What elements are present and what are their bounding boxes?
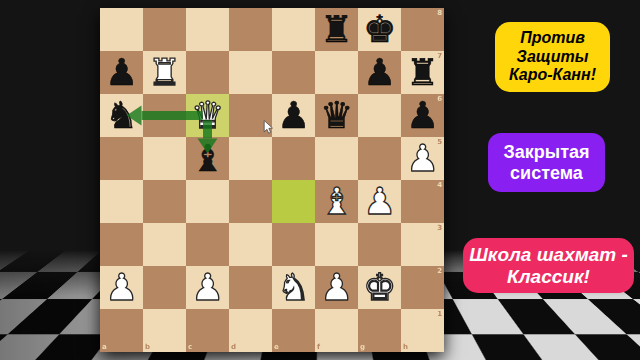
black-pawn[interactable]: ♟ — [272, 94, 315, 137]
square-d2[interactable] — [229, 266, 272, 309]
square-c3[interactable] — [186, 223, 229, 266]
square-h8[interactable]: 8 — [401, 8, 444, 51]
square-h3[interactable]: 3 — [401, 223, 444, 266]
square-f1[interactable]: f — [315, 309, 358, 352]
square-f3[interactable] — [315, 223, 358, 266]
rank-label-1: 1 — [437, 310, 442, 318]
square-h4[interactable]: 4 — [401, 180, 444, 223]
square-h5[interactable]: ♟5 — [401, 137, 444, 180]
file-label-f: f — [317, 343, 320, 351]
square-c1[interactable]: c — [186, 309, 229, 352]
square-d3[interactable] — [229, 223, 272, 266]
square-g1[interactable]: g — [358, 309, 401, 352]
rank-label-5: 5 — [437, 138, 442, 146]
rank-label-7: 7 — [437, 52, 442, 60]
square-a7[interactable]: ♟ — [100, 51, 143, 94]
file-label-e: e — [274, 343, 279, 351]
square-g4[interactable]: ♟ — [358, 180, 401, 223]
square-f5[interactable] — [315, 137, 358, 180]
caption-line: Классик! — [507, 266, 590, 288]
square-c7[interactable] — [186, 51, 229, 94]
square-e2[interactable]: ♞ — [272, 266, 315, 309]
white-queen[interactable]: ♛ — [186, 94, 229, 137]
square-e3[interactable] — [272, 223, 315, 266]
square-e1[interactable]: e — [272, 309, 315, 352]
white-pawn[interactable]: ♟ — [186, 266, 229, 309]
square-f2[interactable]: ♟ — [315, 266, 358, 309]
square-h2[interactable]: 2 — [401, 266, 444, 309]
square-b5[interactable] — [143, 137, 186, 180]
square-c5[interactable]: ♝ — [186, 137, 229, 180]
square-g3[interactable] — [358, 223, 401, 266]
square-e8[interactable] — [272, 8, 315, 51]
rank-label-4: 4 — [437, 181, 442, 189]
white-pawn[interactable]: ♟ — [315, 266, 358, 309]
square-b4[interactable] — [143, 180, 186, 223]
square-h7[interactable]: ♜7 — [401, 51, 444, 94]
square-a3[interactable] — [100, 223, 143, 266]
square-d7[interactable] — [229, 51, 272, 94]
square-h6[interactable]: ♟6 — [401, 94, 444, 137]
rank-label-2: 2 — [437, 267, 442, 275]
square-a8[interactable] — [100, 8, 143, 51]
black-pawn[interactable]: ♟ — [100, 51, 143, 94]
caption-closed-system: Закрытая система — [488, 133, 605, 192]
square-b2[interactable] — [143, 266, 186, 309]
square-f8[interactable]: ♜ — [315, 8, 358, 51]
square-f6[interactable]: ♛ — [315, 94, 358, 137]
file-label-a: a — [102, 343, 107, 351]
black-queen[interactable]: ♛ — [315, 94, 358, 137]
square-d1[interactable]: d — [229, 309, 272, 352]
square-g5[interactable] — [358, 137, 401, 180]
square-c2[interactable]: ♟ — [186, 266, 229, 309]
rank-label-6: 6 — [437, 95, 442, 103]
square-d5[interactable] — [229, 137, 272, 180]
square-a5[interactable] — [100, 137, 143, 180]
square-b3[interactable] — [143, 223, 186, 266]
square-a2[interactable]: ♟ — [100, 266, 143, 309]
black-king[interactable]: ♚ — [358, 8, 401, 51]
square-g8[interactable]: ♚ — [358, 8, 401, 51]
square-e5[interactable] — [272, 137, 315, 180]
white-king[interactable]: ♚ — [358, 266, 401, 309]
white-pawn[interactable]: ♟ — [100, 266, 143, 309]
white-bishop[interactable]: ♝ — [315, 180, 358, 223]
square-a1[interactable]: a — [100, 309, 143, 352]
square-c8[interactable] — [186, 8, 229, 51]
square-d4[interactable] — [229, 180, 272, 223]
file-label-c: c — [188, 343, 192, 351]
rank-label-3: 3 — [437, 224, 442, 232]
caption-caro-kann: Против Защиты Каро-Канн! — [495, 22, 610, 92]
black-rook[interactable]: ♜ — [315, 8, 358, 51]
square-a6[interactable]: ♞ — [100, 94, 143, 137]
caption-line: система — [510, 163, 583, 184]
caption-line: Школа шахмат - — [469, 244, 628, 266]
square-f4[interactable]: ♝ — [315, 180, 358, 223]
square-b1[interactable]: b — [143, 309, 186, 352]
caption-line: Защиты — [517, 48, 589, 67]
chess-board[interactable]: ♜♚8♟♜♟♜7♞♛♟♛♟6♝♟5♝♟43♟♟♞♟♚2abcdefg1h — [100, 8, 444, 352]
square-e7[interactable] — [272, 51, 315, 94]
video-thumbnail: ♜♚8♟♜♟♜7♞♛♟♛♟6♝♟5♝♟43♟♟♞♟♚2abcdefg1h Про… — [0, 0, 640, 360]
square-d8[interactable] — [229, 8, 272, 51]
rank-label-8: 8 — [437, 9, 442, 17]
square-g2[interactable]: ♚ — [358, 266, 401, 309]
black-pawn[interactable]: ♟ — [358, 51, 401, 94]
square-c6[interactable]: ♛ — [186, 94, 229, 137]
caption-line: Каро-Канн! — [509, 66, 596, 85]
caption-chess-school: Школа шахмат - Классик! — [463, 238, 634, 293]
white-pawn[interactable]: ♟ — [358, 180, 401, 223]
square-h1[interactable]: 1h — [401, 309, 444, 352]
black-knight[interactable]: ♞ — [100, 94, 143, 137]
square-b8[interactable] — [143, 8, 186, 51]
square-e4[interactable] — [272, 180, 315, 223]
square-e6[interactable]: ♟ — [272, 94, 315, 137]
square-b6[interactable] — [143, 94, 186, 137]
file-label-b: b — [145, 343, 150, 351]
file-label-h: h — [403, 343, 408, 351]
file-label-d: d — [231, 343, 236, 351]
square-d6[interactable] — [229, 94, 272, 137]
square-g7[interactable]: ♟ — [358, 51, 401, 94]
square-c4[interactable] — [186, 180, 229, 223]
file-label-g: g — [360, 343, 365, 351]
white-knight[interactable]: ♞ — [272, 266, 315, 309]
square-a4[interactable] — [100, 180, 143, 223]
caption-line: Против — [520, 29, 585, 48]
white-rook[interactable]: ♜ — [143, 51, 186, 94]
square-g6[interactable] — [358, 94, 401, 137]
caption-line: Закрытая — [504, 142, 590, 163]
square-f7[interactable] — [315, 51, 358, 94]
square-b7[interactable]: ♜ — [143, 51, 186, 94]
black-bishop[interactable]: ♝ — [186, 137, 229, 180]
